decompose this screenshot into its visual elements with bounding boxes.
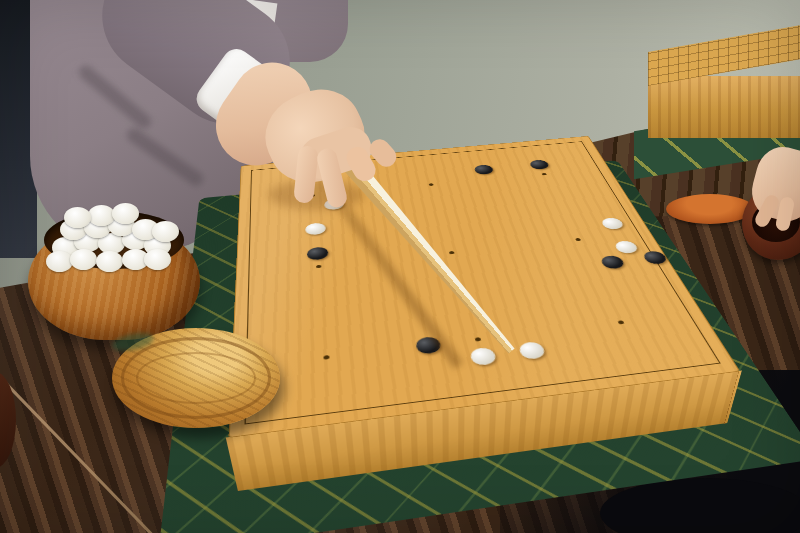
white-stone-pile <box>44 211 184 269</box>
star-point <box>448 251 454 254</box>
tray-white-stone <box>46 251 73 272</box>
white-stone-S9[interactable] <box>613 240 640 254</box>
white-stone-M3[interactable] <box>518 341 548 360</box>
star-point <box>542 173 547 176</box>
star-point <box>428 183 433 186</box>
tray-white-stone <box>152 221 179 242</box>
background-goban-side <box>648 76 800 138</box>
tray-white-stone <box>96 251 123 272</box>
star-point <box>323 355 329 360</box>
tray-white-stone <box>70 249 97 270</box>
black-stone-R8[interactable] <box>599 255 626 270</box>
white-stone-bowl[interactable] <box>28 205 200 340</box>
white-stone-D13[interactable] <box>305 222 326 235</box>
white-stone-K3[interactable] <box>468 347 497 367</box>
tray-white-stone <box>88 205 115 226</box>
star-point <box>575 238 581 241</box>
hand-shadow <box>268 180 364 210</box>
background-goban <box>648 50 800 138</box>
go-game-photo <box>0 0 800 533</box>
star-point <box>474 337 481 341</box>
white-stone-S11[interactable] <box>600 217 626 230</box>
white-bowl-opening <box>44 211 184 269</box>
suit-fold <box>124 125 206 188</box>
black-stone-N17[interactable] <box>473 164 495 175</box>
tray-white-stone <box>144 249 171 270</box>
black-bowl-lid[interactable] <box>666 194 754 224</box>
black-stone-D11[interactable] <box>306 246 328 260</box>
tray-white-stone <box>64 207 91 228</box>
star-point <box>618 320 625 324</box>
star-point <box>316 264 321 268</box>
black-stone-Q17[interactable] <box>528 159 550 170</box>
tray-white-stone <box>112 203 139 224</box>
